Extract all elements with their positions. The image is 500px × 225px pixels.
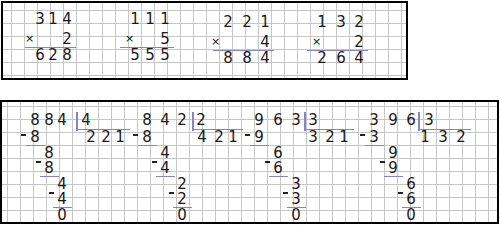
- multiplicand-digit: 2: [221, 15, 236, 29]
- product-digit: 8: [240, 51, 255, 65]
- bring-down-digit: 2: [175, 177, 190, 191]
- minus-sign: [21, 134, 26, 136]
- bring-down-digit: 4: [158, 146, 173, 160]
- times-sign: ×: [125, 33, 134, 44]
- quotient-digit: 1: [337, 130, 352, 144]
- multiplier-digit: 5: [158, 32, 173, 46]
- multiplicand-digit: 2: [240, 15, 255, 29]
- times-sign: ×: [312, 36, 321, 47]
- quotient-digit: 3: [306, 130, 321, 144]
- subtrahend-digit: 4: [55, 192, 70, 206]
- dividend-digit: 9: [386, 113, 401, 127]
- multiplicand-digit: 1: [258, 15, 273, 29]
- quotient-digit: 2: [323, 130, 338, 144]
- subtraction-line: [250, 145, 269, 147]
- remainder-digit: 0: [289, 208, 304, 222]
- product-digit: 6: [334, 51, 349, 65]
- subtrahend-digit: 6: [271, 161, 286, 175]
- minus-sign: [265, 161, 270, 163]
- divisor-digit: 2: [194, 113, 209, 127]
- multiplier-digit: 2: [60, 32, 75, 46]
- remainder-digit: 0: [404, 208, 419, 222]
- product-digit: 5: [158, 48, 173, 62]
- minus-sign: [169, 192, 174, 194]
- multiplication-panel: 314×2628111×5555221×4884132×2264: [1, 1, 408, 80]
- remainder-digit: 0: [55, 208, 70, 222]
- subtraction-line: [156, 176, 175, 178]
- subtrahend-digit: 9: [252, 130, 267, 144]
- minus-sign: [133, 134, 138, 136]
- subtrahend-digit: 3: [289, 192, 304, 206]
- quotient-digit: 2: [212, 130, 227, 144]
- quotient-digit: 1: [113, 130, 128, 144]
- quotient-digit: 2: [84, 130, 99, 144]
- quotient-digit: 2: [99, 130, 114, 144]
- subtrahend-digit: 2: [175, 192, 190, 206]
- dividend-digit: 3: [367, 113, 382, 127]
- multiplicand-digit: 1: [315, 15, 330, 29]
- dividend-digit: 6: [404, 113, 419, 127]
- product-digit: 4: [352, 51, 367, 65]
- subtrahend-digit: 4: [158, 161, 173, 175]
- multiplicand-digit: 1: [128, 12, 143, 26]
- divisor-digit: 3: [422, 113, 437, 127]
- subtrahend-digit: 8: [42, 161, 57, 175]
- divisor-digit: 3: [306, 113, 321, 127]
- bring-down-digit: 4: [55, 177, 70, 191]
- bring-down-digit: 6: [271, 146, 286, 160]
- minus-sign: [245, 134, 250, 136]
- product-digit: 4: [258, 51, 273, 65]
- minus-sign: [36, 161, 41, 163]
- minus-sign: [360, 134, 365, 136]
- subtrahend-digit: 3: [367, 130, 382, 144]
- dividend-digit: 8: [140, 113, 155, 127]
- minus-sign: [152, 161, 157, 163]
- subtrahend-digit: 6: [404, 192, 419, 206]
- dividend-digit: 8: [28, 113, 43, 127]
- quotient-digit: 1: [226, 130, 241, 144]
- quotient-digit: 3: [436, 130, 451, 144]
- subtraction-line: [138, 145, 157, 147]
- multiplicand-digit: 1: [143, 12, 158, 26]
- quotient-digit: 4: [195, 130, 210, 144]
- worksheet: 314×2628111×5555221×4884132×2264 8844221…: [0, 0, 500, 225]
- product-digit: 8: [221, 51, 236, 65]
- division-panel: 8844221888440842242184422096333219663303…: [0, 100, 499, 224]
- product-digit: 5: [128, 48, 143, 62]
- multiplier-digit: 2: [352, 35, 367, 49]
- multiplicand-digit: 1: [158, 12, 173, 26]
- times-sign: ×: [211, 36, 220, 47]
- minus-sign: [398, 192, 403, 194]
- bring-down-digit: 9: [386, 146, 401, 160]
- subtrahend-digit: 8: [140, 130, 155, 144]
- minus-sign: [49, 192, 54, 194]
- bring-down-digit: 6: [404, 177, 419, 191]
- subtrahend-digit: 9: [386, 161, 401, 175]
- times-sign: ×: [25, 33, 34, 44]
- dividend-digit: 6: [271, 113, 286, 127]
- product-digit: 2: [46, 48, 61, 62]
- multiplicand-digit: 4: [60, 12, 75, 26]
- quotient-digit: 2: [454, 130, 469, 144]
- multiplicand-digit: 2: [352, 15, 367, 29]
- dividend-digit: 2: [175, 113, 190, 127]
- remainder-digit: 0: [175, 208, 190, 222]
- dividend-digit: 4: [55, 113, 70, 127]
- dividend-digit: 9: [252, 113, 267, 127]
- multiplicand-digit: 3: [334, 15, 349, 29]
- multiplicand-digit: 1: [46, 12, 61, 26]
- subtrahend-digit: 8: [28, 130, 43, 144]
- subtraction-line: [384, 176, 403, 178]
- minus-sign: [283, 192, 288, 194]
- dividend-digit: 4: [158, 113, 173, 127]
- minus-sign: [380, 161, 385, 163]
- product-digit: 8: [60, 48, 75, 62]
- quotient-digit: 1: [418, 130, 433, 144]
- product-digit: 2: [315, 51, 330, 65]
- bring-down-digit: 8: [42, 146, 57, 160]
- subtraction-line: [269, 176, 288, 178]
- multiplier-digit: 4: [258, 35, 273, 49]
- divisor-digit: 4: [79, 113, 94, 127]
- bring-down-digit: 3: [289, 177, 304, 191]
- product-digit: 5: [143, 48, 158, 62]
- subtraction-line: [365, 145, 384, 147]
- dividend-digit: 3: [289, 113, 304, 127]
